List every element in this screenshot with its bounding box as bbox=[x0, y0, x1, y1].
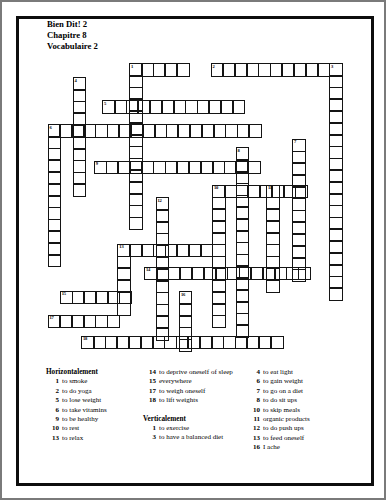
word-d13 bbox=[117, 244, 131, 317]
clue-item-number: 17 bbox=[143, 387, 159, 396]
clue-item-text: to gain weight bbox=[263, 377, 362, 386]
clue-item-text: everywhere bbox=[159, 377, 247, 386]
clue-item: 4to eat light bbox=[247, 368, 362, 377]
clue-column-1: Horizontalement1to smoke2to do yoga5to l… bbox=[46, 368, 143, 453]
clue-number-13: 13 bbox=[119, 245, 123, 250]
clue-item: 5to lose weight bbox=[46, 396, 143, 405]
grid-cell[interactable] bbox=[270, 336, 284, 350]
clue-item-text: to exercise bbox=[159, 424, 247, 433]
clue-item: 8to do sit ups bbox=[247, 396, 362, 405]
section-gap bbox=[143, 406, 247, 415]
clue-item-text: to do yoga bbox=[62, 387, 143, 396]
clue-item-number: 13 bbox=[46, 434, 62, 443]
clue-item: 6to gain weight bbox=[247, 377, 362, 386]
title-line-2: Chapitre 8 bbox=[47, 30, 98, 41]
clue-item-text: to relax bbox=[62, 434, 143, 443]
clue-item-text: to weigh oneself bbox=[159, 387, 247, 396]
clue-number-7: 7 bbox=[294, 140, 296, 145]
clue-item-number: 10 bbox=[247, 406, 263, 415]
clue-item-number: 6 bbox=[46, 406, 62, 415]
clue-item: 13to relax bbox=[46, 434, 143, 443]
clue-item-number: 1 bbox=[143, 424, 159, 433]
worksheet-page: Bien Dit! 2 Chapitre 8 Vocabulaire 2 123… bbox=[0, 0, 386, 500]
grid-cell[interactable] bbox=[248, 124, 262, 138]
grid-cell[interactable] bbox=[107, 315, 121, 329]
clue-item: 14to deprive oneself of sleep bbox=[143, 368, 247, 377]
clue-item-number: 5 bbox=[46, 396, 62, 405]
grid-cell[interactable] bbox=[212, 315, 226, 329]
clue-column-3: 4to eat light6to gain weight7to go on a … bbox=[247, 368, 362, 453]
clue-item-number: 15 bbox=[143, 377, 159, 386]
clue-number-5: 5 bbox=[104, 102, 106, 107]
clue-item-text: to lift weights bbox=[159, 396, 247, 405]
grid-cell[interactable] bbox=[156, 327, 170, 341]
grid-cell[interactable] bbox=[232, 100, 246, 114]
word-a5 bbox=[102, 100, 245, 114]
grid-cell[interactable] bbox=[176, 63, 190, 77]
clue-item-number: 16 bbox=[247, 443, 263, 452]
grid-cell[interactable] bbox=[247, 161, 261, 175]
grid-cell[interactable] bbox=[266, 279, 280, 293]
clue-item-number: 8 bbox=[247, 396, 263, 405]
clue-number-2: 2 bbox=[213, 65, 215, 70]
word-d1 bbox=[129, 63, 143, 230]
clue-item: 1to smoke bbox=[46, 377, 143, 386]
clue-item-text: to take vitamins bbox=[62, 406, 143, 415]
clue-item: 7to go on a diet bbox=[247, 387, 362, 396]
clue-item-text: organic products bbox=[263, 415, 362, 424]
clue-section-header: Horizontalement bbox=[46, 368, 143, 377]
clue-item-number: 2 bbox=[46, 387, 62, 396]
word-d3 bbox=[329, 63, 343, 301]
clue-number-6: 6 bbox=[50, 126, 52, 131]
clue-item-text: to do push ups bbox=[263, 424, 362, 433]
word-d8 bbox=[236, 147, 250, 338]
word-a17 bbox=[48, 315, 121, 329]
clue-number-1: 1 bbox=[131, 65, 133, 70]
grid-cell[interactable] bbox=[236, 324, 250, 338]
worksheet-title: Bien Dit! 2 Chapitre 8 Vocabulaire 2 bbox=[47, 19, 98, 52]
title-line-3: Vocabulaire 2 bbox=[47, 41, 98, 52]
clue-item-text: to rest bbox=[62, 424, 143, 433]
clue-item-number: 14 bbox=[143, 368, 159, 377]
grid-cell[interactable] bbox=[292, 269, 306, 283]
grid-cell[interactable] bbox=[117, 303, 131, 317]
clue-item-text: to do sit ups bbox=[263, 396, 362, 405]
clue-number-17: 17 bbox=[50, 316, 54, 321]
clue-item: 6to take vitamins bbox=[46, 406, 143, 415]
clue-item-text: to lose weight bbox=[62, 396, 143, 405]
clue-item-text: to go on a diet bbox=[263, 387, 362, 396]
clue-section-header: Verticalement bbox=[143, 415, 247, 424]
clue-item: 10to skip meals bbox=[247, 406, 362, 415]
clue-item-number: 6 bbox=[247, 377, 263, 386]
word-a14 bbox=[144, 267, 311, 281]
clue-item: 3to have a balanced diet bbox=[143, 433, 247, 442]
clue-number-14: 14 bbox=[146, 268, 150, 273]
grid-cell[interactable] bbox=[329, 287, 343, 301]
clue-number-18: 18 bbox=[83, 337, 87, 342]
grid-cell[interactable] bbox=[73, 183, 87, 197]
word-d11 bbox=[266, 185, 280, 293]
clue-item-number: 1 bbox=[46, 377, 62, 386]
clue-item-number: 9 bbox=[46, 415, 62, 424]
word-d12 bbox=[156, 197, 170, 340]
title-line-1: Bien Dit! 2 bbox=[47, 19, 98, 30]
word-d6 bbox=[48, 124, 62, 267]
grid-cell[interactable] bbox=[129, 217, 143, 231]
clue-item: 9to be healthy bbox=[46, 415, 143, 424]
clue-item-number: 13 bbox=[247, 434, 263, 443]
clue-item-number: 11 bbox=[247, 415, 263, 424]
clue-item-text: to have a balanced diet bbox=[159, 433, 247, 442]
clue-item: 18to lift weights bbox=[143, 396, 247, 405]
clue-item-number: 18 bbox=[143, 396, 159, 405]
clue-item-text: to deprive oneself of sleep bbox=[159, 368, 247, 377]
clue-item: 17to weigh oneself bbox=[143, 387, 247, 396]
word-d16 bbox=[179, 291, 193, 352]
clue-item: 13to feed oneself bbox=[247, 434, 362, 443]
clue-item: 10to rest bbox=[46, 424, 143, 433]
clue-column-2: 14to deprive oneself of sleep15everywher… bbox=[143, 368, 247, 453]
word-d10 bbox=[212, 185, 226, 328]
clue-item: 1to exercise bbox=[143, 424, 247, 433]
clue-item-number: 7 bbox=[247, 387, 263, 396]
clue-list: Horizontalement1to smoke2to do yoga5to l… bbox=[46, 368, 366, 453]
clue-item: 12to do push ups bbox=[247, 424, 362, 433]
grid-cell[interactable] bbox=[48, 254, 62, 268]
clue-item: 16I ache bbox=[247, 443, 362, 452]
clue-item-text: to be healthy bbox=[62, 415, 143, 424]
clue-number-10: 10 bbox=[214, 186, 218, 191]
clue-number-8: 8 bbox=[238, 149, 240, 154]
clue-item-number: 10 bbox=[46, 424, 62, 433]
clue-number-12: 12 bbox=[158, 199, 162, 204]
word-d7 bbox=[292, 139, 306, 282]
clue-number-15: 15 bbox=[62, 292, 66, 297]
clue-number-16: 16 bbox=[181, 293, 185, 298]
clue-item: 2to do yoga bbox=[46, 387, 143, 396]
word-a2 bbox=[211, 63, 331, 77]
clue-item-number: 4 bbox=[247, 368, 263, 377]
clue-number-3: 3 bbox=[331, 65, 333, 70]
clue-number-9: 9 bbox=[96, 162, 98, 167]
clue-number-11: 11 bbox=[268, 186, 272, 191]
clue-item-text: to feed oneself bbox=[263, 434, 362, 443]
clue-number-4: 4 bbox=[75, 79, 77, 84]
clue-item: 15everywhere bbox=[143, 377, 247, 386]
clue-item-number: 3 bbox=[143, 433, 159, 442]
clue-item-number: 12 bbox=[247, 424, 263, 433]
clue-item-text: to skip meals bbox=[263, 406, 362, 415]
clue-item-text: I ache bbox=[263, 443, 362, 452]
clue-item: 11organic products bbox=[247, 415, 362, 424]
grid-cell[interactable] bbox=[179, 339, 193, 353]
word-d4 bbox=[73, 77, 87, 197]
clue-item-text: to eat light bbox=[263, 368, 362, 377]
clue-item-text: to smoke bbox=[62, 377, 143, 386]
